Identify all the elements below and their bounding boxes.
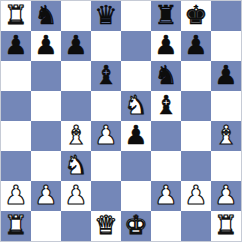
square-d8[interactable]: ♛ <box>91 1 121 31</box>
square-b6[interactable] <box>31 61 61 91</box>
square-h7[interactable] <box>211 31 241 61</box>
square-d3[interactable] <box>91 151 121 181</box>
square-c2[interactable]: ♟ <box>61 181 91 211</box>
square-a6[interactable] <box>1 61 31 91</box>
square-g2[interactable]: ♟ <box>181 181 211 211</box>
square-a2[interactable]: ♟ <box>1 181 31 211</box>
white-rook: ♜ <box>214 212 237 238</box>
black-bishop: ♝ <box>154 92 177 118</box>
square-g7[interactable]: ♟ <box>181 31 211 61</box>
square-b8[interactable]: ♞ <box>31 1 61 31</box>
square-e4[interactable]: ♟ <box>121 121 151 151</box>
square-d2[interactable] <box>91 181 121 211</box>
square-e8[interactable] <box>121 1 151 31</box>
square-c5[interactable] <box>61 91 91 121</box>
black-queen: ♛ <box>94 2 117 28</box>
square-b7[interactable]: ♟ <box>31 31 61 61</box>
square-h6[interactable]: ♟ <box>211 61 241 91</box>
black-pawn: ♟ <box>184 32 207 58</box>
square-b5[interactable] <box>31 91 61 121</box>
square-f1[interactable] <box>151 211 181 241</box>
white-rook: ♜ <box>4 2 27 28</box>
white-bishop: ♝ <box>64 122 87 148</box>
square-f2[interactable]: ♟ <box>151 181 181 211</box>
black-bishop: ♝ <box>94 62 117 88</box>
square-b3[interactable] <box>31 151 61 181</box>
square-c8[interactable] <box>61 1 91 31</box>
square-f8[interactable]: ♜ <box>151 1 181 31</box>
black-pawn: ♟ <box>64 32 87 58</box>
white-knight: ♞ <box>64 152 87 178</box>
square-d7[interactable] <box>91 31 121 61</box>
square-d1[interactable]: ♛ <box>91 211 121 241</box>
white-pawn: ♟ <box>184 182 207 208</box>
square-c1[interactable] <box>61 211 91 241</box>
square-h8[interactable] <box>211 1 241 31</box>
square-g6[interactable] <box>181 61 211 91</box>
square-h5[interactable] <box>211 91 241 121</box>
white-pawn: ♟ <box>154 182 177 208</box>
white-knight: ♞ <box>124 92 147 118</box>
square-a7[interactable]: ♟ <box>1 31 31 61</box>
square-h4[interactable]: ♝ <box>211 121 241 151</box>
square-e2[interactable] <box>121 181 151 211</box>
white-bishop: ♝ <box>214 122 237 148</box>
square-c6[interactable] <box>61 61 91 91</box>
white-king: ♚ <box>124 212 147 238</box>
square-e3[interactable] <box>121 151 151 181</box>
square-h3[interactable] <box>211 151 241 181</box>
black-pawn: ♟ <box>154 32 177 58</box>
black-pawn: ♟ <box>124 122 147 148</box>
square-h2[interactable]: ♟ <box>211 181 241 211</box>
square-a3[interactable] <box>1 151 31 181</box>
square-b4[interactable] <box>31 121 61 151</box>
square-e6[interactable] <box>121 61 151 91</box>
square-c7[interactable]: ♟ <box>61 31 91 61</box>
black-pawn: ♟ <box>4 32 27 58</box>
square-a4[interactable] <box>1 121 31 151</box>
square-b2[interactable]: ♟ <box>31 181 61 211</box>
square-g1[interactable] <box>181 211 211 241</box>
square-g5[interactable] <box>181 91 211 121</box>
square-d4[interactable]: ♟ <box>91 121 121 151</box>
black-pawn: ♟ <box>214 62 237 88</box>
square-f3[interactable] <box>151 151 181 181</box>
square-g4[interactable] <box>181 121 211 151</box>
square-d6[interactable]: ♝ <box>91 61 121 91</box>
square-c4[interactable]: ♝ <box>61 121 91 151</box>
white-pawn: ♟ <box>64 182 87 208</box>
square-e1[interactable]: ♚ <box>121 211 151 241</box>
square-f6[interactable]: ♞ <box>151 61 181 91</box>
black-knight: ♞ <box>34 2 57 28</box>
white-pawn: ♟ <box>4 182 27 208</box>
white-rook: ♜ <box>4 212 27 238</box>
square-f4[interactable] <box>151 121 181 151</box>
square-a5[interactable] <box>1 91 31 121</box>
square-a1[interactable]: ♜ <box>1 211 31 241</box>
square-e7[interactable] <box>121 31 151 61</box>
black-king: ♚ <box>184 2 207 28</box>
square-a8[interactable]: ♜ <box>1 1 31 31</box>
black-pawn: ♟ <box>34 32 57 58</box>
square-c3[interactable]: ♞ <box>61 151 91 181</box>
black-knight: ♞ <box>154 62 177 88</box>
square-g8[interactable]: ♚ <box>181 1 211 31</box>
square-f5[interactable]: ♝ <box>151 91 181 121</box>
black-rook: ♜ <box>154 2 177 28</box>
white-pawn: ♟ <box>214 182 237 208</box>
square-h1[interactable]: ♜ <box>211 211 241 241</box>
white-queen: ♛ <box>94 212 117 238</box>
white-pawn: ♟ <box>34 182 57 208</box>
square-g3[interactable] <box>181 151 211 181</box>
chess-board: ♜♞♛♜♚♟♟♟♟♟♝♞♟♞♝♝♟♟♝♞♟♟♟♟♟♟♜♛♚♜ <box>0 0 242 242</box>
square-e5[interactable]: ♞ <box>121 91 151 121</box>
white-pawn: ♟ <box>94 122 117 148</box>
square-b1[interactable] <box>31 211 61 241</box>
square-d5[interactable] <box>91 91 121 121</box>
square-f7[interactable]: ♟ <box>151 31 181 61</box>
